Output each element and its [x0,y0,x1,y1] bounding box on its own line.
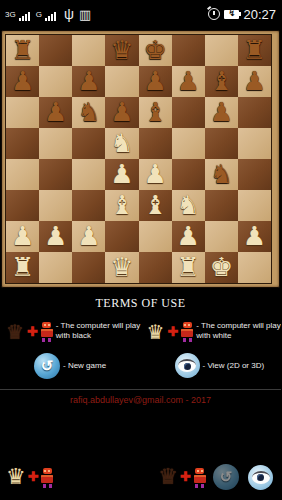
square-a8[interactable]: ♜ [6,35,39,66]
square-d5[interactable]: ♞ [105,128,138,159]
square-e5[interactable] [139,128,172,159]
square-a3[interactable] [6,190,39,221]
square-c7[interactable]: ♟ [72,66,105,97]
square-g2[interactable] [205,221,238,252]
legend-view: - View (2D or 3D) [141,351,282,381]
white-queen-icon: ♛ [6,465,26,489]
square-g1[interactable]: ♚ [205,252,238,283]
black-queen-icon: ♛ [158,465,178,489]
bottom-toolbar: ♛ ✚ ♛ ✚ ↺ [0,456,281,498]
black-rook-piece: ♜ [11,35,34,66]
square-h8[interactable]: ♜ [238,35,271,66]
square-f7[interactable]: ♟ [172,66,205,97]
square-h3[interactable] [238,190,271,221]
network-3g-label: 3G [5,10,16,19]
legend-view-label: - View (2D or 3D) [203,361,265,371]
new-game-icon: ↺ [34,353,60,379]
square-d7[interactable] [105,66,138,97]
square-c1[interactable] [72,252,105,283]
black-knight-piece: ♞ [210,159,233,190]
square-e6[interactable]: ♝ [139,97,172,128]
white-pawn-piece: ♟ [44,221,67,252]
white-knight-piece: ♞ [110,128,133,159]
square-h2[interactable]: ♟ [238,221,271,252]
white-king-piece: ♚ [210,252,233,283]
square-d3[interactable]: ♝ [105,190,138,221]
legend-computer-black-label: - The computer will play with black [56,321,141,341]
black-rook-piece: ♜ [243,35,266,66]
signal-bars-icon-2 [45,12,56,21]
eye-view-icon [175,353,200,378]
white-bishop-piece: ♝ [143,190,166,221]
square-e1[interactable] [139,252,172,283]
status-bar: 3G G ψ ▥ ↯ 20:27 [0,0,281,28]
white-bishop-piece: ♝ [110,190,133,221]
robot-icon [193,468,206,488]
white-pawn-piece: ♟ [243,221,266,252]
square-d8[interactable]: ♛ [105,35,138,66]
square-d2[interactable] [105,221,138,252]
square-a5[interactable] [6,128,39,159]
status-left: 3G G ψ ▥ [5,7,208,21]
white-pawn-piece: ♟ [110,159,133,190]
black-king-piece: ♚ [143,35,166,66]
white-pawn-piece: ♟ [143,159,166,190]
square-d6[interactable]: ♟ [105,97,138,128]
square-b2[interactable]: ♟ [39,221,72,252]
plus-icon: ✚ [28,466,39,488]
signal-bars-icon [19,12,30,21]
black-queen-icon: ♛ [6,321,24,343]
square-h4[interactable] [238,159,271,190]
square-e8[interactable]: ♚ [139,35,172,66]
status-right: ↯ 20:27 [208,7,276,22]
white-pawn-piece: ♟ [11,221,34,252]
square-f5[interactable] [172,128,205,159]
legend-computer-white-label: - The computer will play with white [196,321,281,341]
square-f1[interactable]: ♜ [172,252,205,283]
alarm-clock-icon [208,8,220,20]
new-game-icon: ↺ [213,464,239,490]
square-f3[interactable]: ♞ [172,190,205,221]
square-c4[interactable] [72,159,105,190]
square-e7[interactable]: ♟ [139,66,172,97]
battery-icon: ↯ [224,10,239,19]
black-queen-piece: ♛ [110,35,133,66]
square-a1[interactable]: ♜ [6,252,39,283]
black-pawn-piece: ♟ [11,66,34,97]
square-f4[interactable] [172,159,205,190]
divider-line [0,389,281,390]
square-f8[interactable] [172,35,205,66]
plus-icon: ✚ [167,321,178,343]
computer-plays-white-button[interactable]: ♛ ✚ [4,463,56,491]
square-g7[interactable]: ♝ [205,66,238,97]
white-queen-piece: ♛ [110,252,133,283]
view-toggle-button[interactable] [244,463,277,492]
square-d4[interactable]: ♟ [105,159,138,190]
square-c3[interactable] [72,190,105,221]
white-rook-piece: ♜ [177,252,200,283]
eye-view-icon [248,465,273,490]
square-b7[interactable] [39,66,72,97]
legend-computer-white: ♛ ✚ - The computer will play with white [141,319,282,345]
square-c6[interactable]: ♞ [72,97,105,128]
black-pawn-piece: ♟ [77,66,100,97]
refresh-arrow-icon: ↺ [41,357,54,375]
square-f2[interactable]: ♟ [172,221,205,252]
chess-board-frame: ♜♛♚♜♟♟♟♟♝♟♟♞♟♝♟♞♟♟♞♝♝♞♟♟♟♟♟♜♛♜♚ [1,30,280,288]
usb-icon: ψ [64,7,74,21]
square-c2[interactable]: ♟ [72,221,105,252]
credit-email: rafiq.abdullayev@gmail.com - 2017 [0,395,281,405]
square-g3[interactable] [205,190,238,221]
square-a7[interactable]: ♟ [6,66,39,97]
square-h5[interactable] [238,128,271,159]
square-a2[interactable]: ♟ [6,221,39,252]
square-a4[interactable] [6,159,39,190]
white-pawn-piece: ♟ [77,221,100,252]
refresh-arrow-icon: ↺ [220,468,233,486]
white-knight-piece: ♞ [177,190,200,221]
chess-board[interactable]: ♜♛♚♜♟♟♟♟♝♟♟♞♟♝♟♞♟♟♞♝♝♞♟♟♟♟♟♜♛♜♚ [5,34,272,284]
black-knight-piece: ♞ [77,97,100,128]
square-g8[interactable] [205,35,238,66]
white-queen-icon: ♛ [147,321,165,343]
network-g-label: G [36,10,42,19]
black-pawn-piece: ♟ [243,66,266,97]
legend-new-game-label: - New game [63,361,106,371]
new-game-button[interactable]: ↺ [208,462,244,492]
square-h1[interactable] [238,252,271,283]
square-h6[interactable] [238,97,271,128]
robot-icon [181,322,193,342]
square-b1[interactable] [39,252,72,283]
black-pawn-piece: ♟ [44,97,67,128]
square-h7[interactable]: ♟ [238,66,271,97]
black-pawn-piece: ♟ [177,66,200,97]
robot-icon [41,468,54,488]
white-pawn-piece: ♟ [177,221,200,252]
sim-stripe-icon: ▥ [79,8,91,21]
white-rook-piece: ♜ [11,252,34,283]
computer-plays-black-button[interactable]: ♛ ✚ [156,463,208,491]
square-c5[interactable] [72,128,105,159]
black-pawn-piece: ♟ [143,66,166,97]
black-bishop-piece: ♝ [143,97,166,128]
square-b8[interactable] [39,35,72,66]
charging-bolt-icon: ↯ [229,10,236,18]
square-a6[interactable] [6,97,39,128]
square-f6[interactable] [172,97,205,128]
square-b3[interactable] [39,190,72,221]
legend: ♛ ✚ - The computer will play with black … [0,319,281,381]
plus-icon: ✚ [180,466,191,488]
square-g6[interactable]: ♟ [205,97,238,128]
legend-computer-black: ♛ ✚ - The computer will play with black [0,319,141,345]
robot-icon [41,322,53,342]
square-b5[interactable] [39,128,72,159]
legend-new-game: ↺ - New game [0,351,141,381]
square-g4[interactable]: ♞ [205,159,238,190]
plus-icon: ✚ [27,321,38,343]
square-c8[interactable] [72,35,105,66]
square-g5[interactable] [205,128,238,159]
black-bishop-piece: ♝ [210,66,233,97]
black-pawn-piece: ♟ [110,97,133,128]
square-e4[interactable]: ♟ [139,159,172,190]
status-time: 20:27 [243,7,276,22]
square-e3[interactable]: ♝ [139,190,172,221]
square-d1[interactable]: ♛ [105,252,138,283]
terms-title: TERMS OF USE [0,296,281,311]
square-e2[interactable] [139,221,172,252]
black-pawn-piece: ♟ [210,97,233,128]
square-b4[interactable] [39,159,72,190]
square-b6[interactable]: ♟ [39,97,72,128]
